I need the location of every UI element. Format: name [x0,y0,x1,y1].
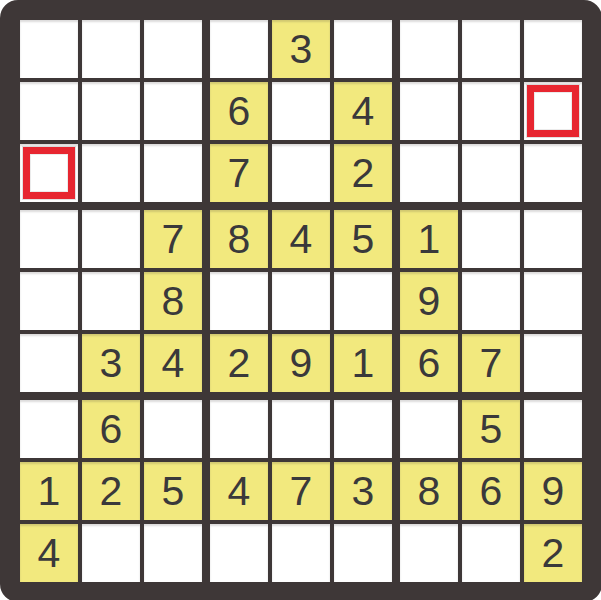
cell-r7c2[interactable]: 6 [82,400,144,462]
board-row-8: 125473869 [20,462,582,524]
board-row-5: 89 [20,272,582,334]
cell-r1c9[interactable] [524,20,582,82]
cell-r1c3[interactable] [144,20,210,82]
given-digit: 6 [100,406,123,453]
given-digit: 8 [418,468,441,515]
given-digit: 1 [352,340,375,387]
cell-r1c4[interactable] [210,20,272,82]
given-digit: 2 [542,530,565,577]
given-digit: 3 [100,340,123,387]
cell-r9c1[interactable]: 4 [20,524,82,582]
cell-r6c4[interactable]: 2 [210,334,272,400]
given-digit: 3 [352,468,375,515]
cell-r1c5[interactable]: 3 [272,20,334,82]
given-digit: 7 [162,216,185,263]
cell-r6c9[interactable] [524,334,582,400]
cell-r8c6[interactable]: 3 [334,462,400,524]
cell-r6c6[interactable]: 1 [334,334,400,400]
given-digit: 9 [542,468,565,515]
cell-r4c2[interactable] [82,210,144,272]
cell-r7c4[interactable] [210,400,272,462]
cell-r7c3[interactable] [144,400,210,462]
cell-r2c6[interactable]: 4 [334,82,400,144]
cell-r3c7[interactable] [400,144,462,210]
cell-r9c9[interactable]: 2 [524,524,582,582]
cell-r8c2[interactable]: 2 [82,462,144,524]
cell-r4c8[interactable] [462,210,524,272]
cell-r6c1[interactable] [20,334,82,400]
given-digit: 4 [290,216,313,263]
cell-r1c8[interactable] [462,20,524,82]
given-digit: 7 [480,340,503,387]
given-digit: 1 [418,216,441,263]
cell-r4c1[interactable] [20,210,82,272]
cell-r6c8[interactable]: 7 [462,334,524,400]
cell-r2c9[interactable] [524,82,582,144]
cell-r8c1[interactable]: 1 [20,462,82,524]
board-row-3: 72 [20,144,582,210]
cell-r9c4[interactable] [210,524,272,582]
cell-r3c3[interactable] [144,144,210,210]
board-row-6: 3429167 [20,334,582,400]
given-digit: 9 [290,340,313,387]
cell-r9c8[interactable] [462,524,524,582]
cell-r1c2[interactable] [82,20,144,82]
cell-r3c8[interactable] [462,144,524,210]
cell-r8c3[interactable]: 5 [144,462,210,524]
cell-r3c4[interactable]: 7 [210,144,272,210]
cell-r6c7[interactable]: 6 [400,334,462,400]
given-digit: 7 [228,150,251,197]
cell-r4c6[interactable]: 5 [334,210,400,272]
given-digit: 1 [38,468,61,515]
given-digit: 2 [228,340,251,387]
cell-r2c5[interactable] [272,82,334,144]
given-digit: 3 [290,26,313,73]
given-digit: 6 [418,340,441,387]
cell-r7c5[interactable] [272,400,334,462]
cell-r3c6[interactable]: 2 [334,144,400,210]
cell-r7c6[interactable] [334,400,400,462]
given-digit: 5 [480,406,503,453]
cell-r9c3[interactable] [144,524,210,582]
cell-r2c2[interactable] [82,82,144,144]
cell-r5c2[interactable] [82,272,144,334]
cell-r7c1[interactable] [20,400,82,462]
cell-r9c2[interactable] [82,524,144,582]
board-row-7: 65 [20,400,582,462]
cell-r5c8[interactable] [462,272,524,334]
cell-r5c1[interactable] [20,272,82,334]
given-digit: 9 [418,278,441,325]
cell-r4c4[interactable]: 8 [210,210,272,272]
board-row-1: 3 [20,20,582,82]
cell-r4c7[interactable]: 1 [400,210,462,272]
target-cell-marker [527,85,579,137]
cell-r4c9[interactable] [524,210,582,272]
board-row-4: 78451 [20,210,582,272]
given-digit: 5 [162,468,185,515]
cell-r9c7[interactable] [400,524,462,582]
cell-r2c7[interactable] [400,82,462,144]
cell-r3c9[interactable] [524,144,582,210]
cell-r4c5[interactable]: 4 [272,210,334,272]
target-cell-marker [23,147,75,199]
cell-r8c9[interactable]: 9 [524,462,582,524]
cell-r3c2[interactable] [82,144,144,210]
cell-r7c9[interactable] [524,400,582,462]
cell-r4c3[interactable]: 7 [144,210,210,272]
cell-r2c1[interactable] [20,82,82,144]
cell-r5c4[interactable] [210,272,272,334]
cell-r1c1[interactable] [20,20,82,82]
cell-r6c3[interactable]: 4 [144,334,210,400]
cell-r3c1[interactable] [20,144,82,210]
given-digit: 8 [162,278,185,325]
cell-r6c2[interactable]: 3 [82,334,144,400]
cell-r7c7[interactable] [400,400,462,462]
cell-r8c4[interactable]: 4 [210,462,272,524]
cell-r9c5[interactable] [272,524,334,582]
given-digit: 2 [100,468,123,515]
cell-r9c6[interactable] [334,524,400,582]
sudoku-board: 36472784518934291676512547386942 [0,0,601,600]
cell-r6c5[interactable]: 9 [272,334,334,400]
cell-r8c7[interactable]: 8 [400,462,462,524]
cell-r3c5[interactable] [272,144,334,210]
given-digit: 6 [228,88,251,135]
cell-r5c6[interactable] [334,272,400,334]
board-row-9: 42 [20,524,582,582]
given-digit: 4 [352,88,375,135]
given-digit: 4 [162,340,185,387]
given-digit: 6 [480,468,503,515]
cell-r2c3[interactable] [144,82,210,144]
cell-r5c7[interactable]: 9 [400,272,462,334]
given-digit: 4 [228,468,251,515]
cell-r2c4[interactable]: 6 [210,82,272,144]
cell-r5c9[interactable] [524,272,582,334]
cell-r8c5[interactable]: 7 [272,462,334,524]
cell-r1c7[interactable] [400,20,462,82]
board-row-2: 64 [20,82,582,144]
cell-r5c5[interactable] [272,272,334,334]
given-digit: 2 [352,150,375,197]
cell-r8c8[interactable]: 6 [462,462,524,524]
given-digit: 7 [290,468,313,515]
cell-r5c3[interactable]: 8 [144,272,210,334]
given-digit: 5 [352,216,375,263]
cell-r2c8[interactable] [462,82,524,144]
cell-r1c6[interactable] [334,20,400,82]
given-digit: 8 [228,216,251,263]
given-digit: 4 [38,530,61,577]
cell-r7c8[interactable]: 5 [462,400,524,462]
